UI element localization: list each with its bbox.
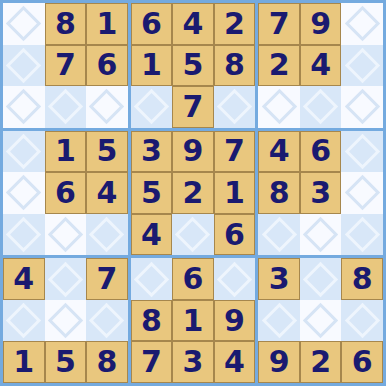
diamond-icon [6, 89, 41, 124]
cell-r8c6: 9 [214, 300, 256, 342]
given-digit: 7 [96, 264, 117, 294]
given-digit: 1 [13, 347, 34, 377]
cell-r5c8: 3 [300, 172, 342, 214]
cell-r2c7: 2 [258, 45, 300, 87]
given-digit: 9 [310, 9, 331, 39]
given-digit: 7 [55, 50, 76, 80]
diamond-icon [48, 89, 83, 124]
cell-r4c3: 5 [86, 131, 128, 173]
cell-r7c5: 6 [172, 258, 214, 300]
cell-r5c7: 8 [258, 172, 300, 214]
cell-r5c9[interactable] [341, 172, 383, 214]
diamond-icon [89, 303, 124, 338]
diamond-icon [261, 89, 296, 124]
cell-r5c6: 1 [214, 172, 256, 214]
cell-r6c2[interactable] [45, 214, 87, 256]
given-digit: 4 [310, 50, 331, 80]
cell-r1c8: 9 [300, 3, 342, 45]
cell-r8c2[interactable] [45, 300, 87, 342]
cell-r9c5: 3 [172, 341, 214, 383]
cell-r1c7: 7 [258, 3, 300, 45]
cell-r3c4[interactable] [131, 86, 173, 128]
diamond-icon [345, 48, 380, 83]
given-digit: 8 [224, 50, 245, 80]
cell-r7c1: 4 [3, 258, 45, 300]
given-digit: 8 [352, 264, 373, 294]
given-digit: 4 [224, 347, 245, 377]
cell-r2c6: 8 [214, 45, 256, 87]
given-digit: 4 [96, 178, 117, 208]
given-digit: 5 [96, 136, 117, 166]
cell-r3c6[interactable] [214, 86, 256, 128]
given-digit: 8 [55, 9, 76, 39]
cell-r4c8: 6 [300, 131, 342, 173]
cell-r3c9[interactable] [341, 86, 383, 128]
cell-r5c3: 4 [86, 172, 128, 214]
cell-r1c9[interactable] [341, 3, 383, 45]
given-digit: 7 [269, 9, 290, 39]
box-5: 4683 [258, 131, 383, 256]
cell-r7c9: 8 [341, 258, 383, 300]
cell-r4c6: 7 [214, 131, 256, 173]
cell-r9c4: 7 [131, 341, 173, 383]
given-digit: 3 [310, 178, 331, 208]
given-digit: 1 [141, 50, 162, 80]
diamond-icon [6, 217, 41, 252]
cell-r1c6: 2 [214, 3, 256, 45]
diamond-icon [303, 89, 338, 124]
cell-r9c9: 6 [341, 341, 383, 383]
cell-r6c3[interactable] [86, 214, 128, 256]
cell-r1c3: 1 [86, 3, 128, 45]
given-digit: 4 [13, 264, 34, 294]
cell-r9c7: 9 [258, 341, 300, 383]
diamond-icon [303, 217, 338, 252]
given-digit: 1 [55, 136, 76, 166]
cell-r2c4: 1 [131, 45, 173, 87]
cell-r4c1[interactable] [3, 131, 45, 173]
cell-r7c7: 3 [258, 258, 300, 300]
diamond-icon [261, 303, 296, 338]
given-digit: 5 [141, 178, 162, 208]
box-1: 6421587 [131, 3, 256, 128]
cell-r4c4: 3 [131, 131, 173, 173]
diamond-icon [6, 134, 41, 169]
cell-r8c5: 1 [172, 300, 214, 342]
cell-r6c5[interactable] [172, 214, 214, 256]
cell-r8c3[interactable] [86, 300, 128, 342]
cell-r9c1: 1 [3, 341, 45, 383]
cell-r6c1[interactable] [3, 214, 45, 256]
given-digit: 5 [183, 50, 204, 80]
given-digit: 1 [96, 9, 117, 39]
cell-r3c1[interactable] [3, 86, 45, 128]
given-digit: 8 [96, 347, 117, 377]
sudoku-board: 8176642158779241564397521464683471586819… [0, 0, 386, 386]
given-digit: 7 [141, 347, 162, 377]
given-digit: 4 [141, 220, 162, 250]
given-digit: 9 [269, 347, 290, 377]
cell-r3c2[interactable] [45, 86, 87, 128]
given-digit: 3 [141, 136, 162, 166]
cell-r4c7: 4 [258, 131, 300, 173]
cell-r5c1[interactable] [3, 172, 45, 214]
cell-r3c7[interactable] [258, 86, 300, 128]
cell-r2c9[interactable] [341, 45, 383, 87]
cell-r5c4: 5 [131, 172, 173, 214]
given-digit: 1 [183, 306, 204, 336]
cell-r8c4: 8 [131, 300, 173, 342]
given-digit: 5 [55, 347, 76, 377]
cell-r8c8[interactable] [300, 300, 342, 342]
diamond-icon [303, 303, 338, 338]
diamond-icon [345, 175, 380, 210]
diamond-icon [345, 134, 380, 169]
cell-r2c2: 7 [45, 45, 87, 87]
cell-r9c8: 2 [300, 341, 342, 383]
cell-r5c2: 6 [45, 172, 87, 214]
diamond-icon [6, 6, 41, 41]
cell-r6c4: 4 [131, 214, 173, 256]
given-digit: 1 [224, 178, 245, 208]
cell-r3c5: 7 [172, 86, 214, 128]
diamond-icon [6, 175, 41, 210]
cell-r4c2: 1 [45, 131, 87, 173]
cell-r6c8[interactable] [300, 214, 342, 256]
diamond-icon [175, 217, 210, 252]
given-digit: 2 [310, 347, 331, 377]
given-digit: 6 [96, 50, 117, 80]
cell-r9c6: 4 [214, 341, 256, 383]
diamond-icon [134, 89, 169, 124]
diamond-icon [345, 217, 380, 252]
given-digit: 6 [141, 9, 162, 39]
cell-r1c5: 4 [172, 3, 214, 45]
given-digit: 9 [224, 306, 245, 336]
cell-r7c2[interactable] [45, 258, 87, 300]
given-digit: 6 [55, 178, 76, 208]
cell-r2c3: 6 [86, 45, 128, 87]
cell-r2c1[interactable] [3, 45, 45, 87]
cell-r9c3: 8 [86, 341, 128, 383]
given-digit: 6 [352, 347, 373, 377]
cell-r5c5: 2 [172, 172, 214, 214]
cell-r8c9[interactable] [341, 300, 383, 342]
diamond-icon [303, 261, 338, 296]
given-digit: 2 [269, 50, 290, 80]
cell-r1c2: 8 [45, 3, 87, 45]
box-6: 47158 [3, 258, 128, 383]
cell-r8c7[interactable] [258, 300, 300, 342]
cell-r1c4: 6 [131, 3, 173, 45]
box-8: 38926 [258, 258, 383, 383]
box-7: 6819734 [131, 258, 256, 383]
cell-r4c9[interactable] [341, 131, 383, 173]
cell-r3c3[interactable] [86, 86, 128, 128]
given-digit: 3 [183, 347, 204, 377]
given-digit: 2 [224, 9, 245, 39]
diamond-icon [345, 303, 380, 338]
diamond-icon [48, 217, 83, 252]
cell-r3c8[interactable] [300, 86, 342, 128]
diamond-icon [345, 6, 380, 41]
box-4: 39752146 [131, 131, 256, 256]
diamond-icon [89, 217, 124, 252]
diamond-icon [48, 261, 83, 296]
given-digit: 8 [141, 306, 162, 336]
diamond-icon [217, 89, 252, 124]
given-digit: 8 [269, 178, 290, 208]
given-digit: 6 [224, 220, 245, 250]
cell-r7c4[interactable] [131, 258, 173, 300]
diamond-icon [6, 48, 41, 83]
given-digit: 4 [183, 9, 204, 39]
box-2: 7924 [258, 3, 383, 128]
diamond-icon [6, 303, 41, 338]
diamond-icon [48, 303, 83, 338]
box-3: 1564 [3, 131, 128, 256]
cell-r9c2: 5 [45, 341, 87, 383]
cell-r4c5: 9 [172, 131, 214, 173]
cell-r7c8[interactable] [300, 258, 342, 300]
given-digit: 3 [269, 264, 290, 294]
cell-r7c6[interactable] [214, 258, 256, 300]
diamond-icon [261, 217, 296, 252]
cell-r1c1[interactable] [3, 3, 45, 45]
given-digit: 4 [269, 136, 290, 166]
diamond-icon [217, 261, 252, 296]
given-digit: 9 [183, 136, 204, 166]
given-digit: 6 [310, 136, 331, 166]
cell-r7c3: 7 [86, 258, 128, 300]
diamond-icon [134, 261, 169, 296]
given-digit: 2 [183, 178, 204, 208]
cell-r8c1[interactable] [3, 300, 45, 342]
cell-r6c6: 6 [214, 214, 256, 256]
given-digit: 6 [183, 264, 204, 294]
box-0: 8176 [3, 3, 128, 128]
cell-r2c8: 4 [300, 45, 342, 87]
given-digit: 7 [183, 92, 204, 122]
cell-r6c9[interactable] [341, 214, 383, 256]
cell-r6c7[interactable] [258, 214, 300, 256]
given-digit: 7 [224, 136, 245, 166]
diamond-icon [345, 89, 380, 124]
diamond-icon [89, 89, 124, 124]
cell-r2c5: 5 [172, 45, 214, 87]
